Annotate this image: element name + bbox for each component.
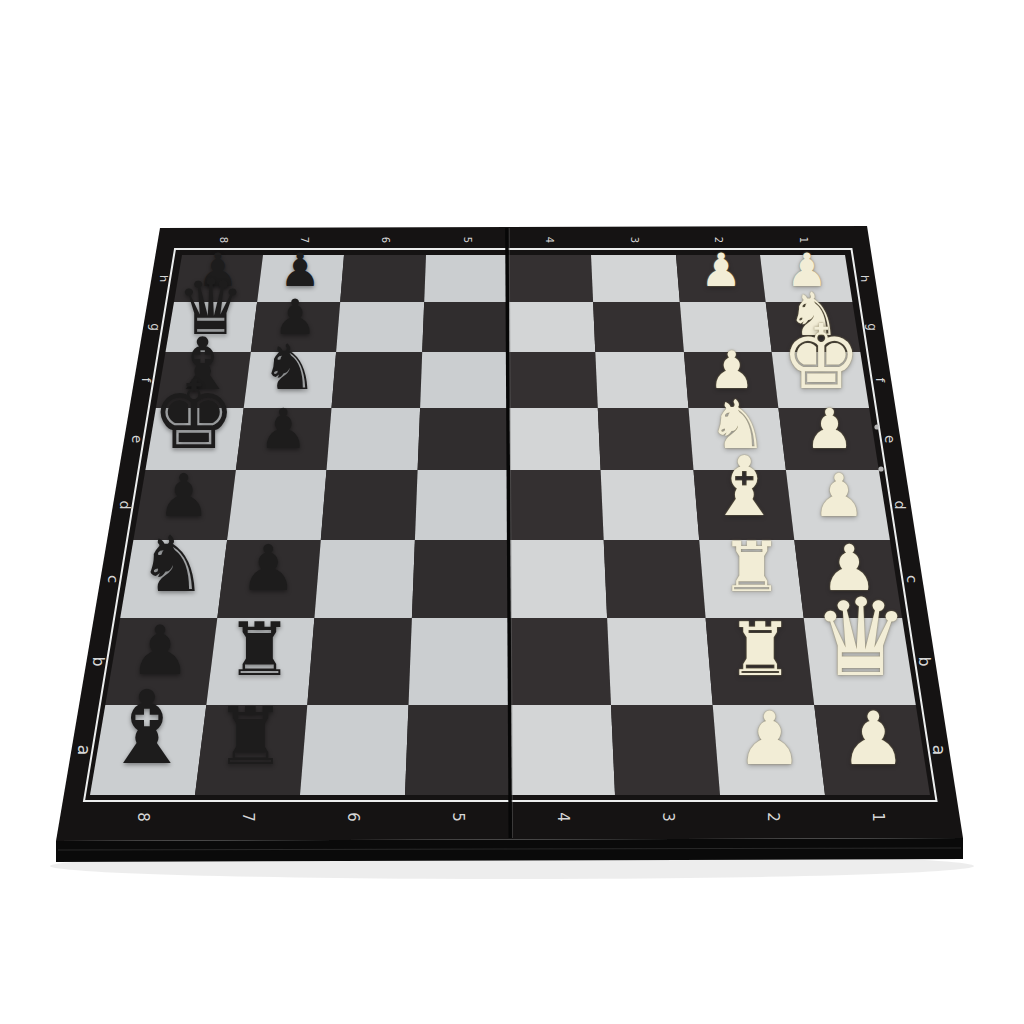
square-b3 xyxy=(607,618,713,705)
square-d4 xyxy=(508,470,604,540)
square-h7 xyxy=(257,255,344,302)
chess-board: 8877665544332211aabbccddeeffgghh xyxy=(0,0,1024,1024)
square-f3 xyxy=(595,352,688,408)
square-h1 xyxy=(760,255,852,302)
square-g3 xyxy=(593,302,684,352)
square-c3 xyxy=(604,540,706,618)
hinge-screw-icon xyxy=(874,424,879,429)
file-label-right-b: b xyxy=(915,656,934,666)
rank-label-far-2: 2 xyxy=(713,237,724,243)
square-h8 xyxy=(174,255,263,302)
square-h6 xyxy=(340,255,426,302)
square-c1 xyxy=(794,540,902,618)
square-e5 xyxy=(418,408,509,470)
square-e3 xyxy=(598,408,694,470)
square-g2 xyxy=(680,302,772,352)
rank-label-far-7: 7 xyxy=(299,237,310,243)
square-f8 xyxy=(156,352,251,408)
square-d6 xyxy=(321,470,418,540)
rank-label-near-4: 4 xyxy=(554,812,572,822)
square-b6 xyxy=(307,618,412,705)
square-f7 xyxy=(244,352,336,408)
square-f5 xyxy=(420,352,508,408)
file-label-left-h: h xyxy=(157,275,171,282)
rank-label-far-3: 3 xyxy=(629,237,640,243)
square-g4 xyxy=(507,302,595,352)
rank-label-near-2: 2 xyxy=(764,812,782,822)
square-d1 xyxy=(786,470,890,540)
square-e8 xyxy=(145,408,243,470)
file-label-left-a: a xyxy=(74,745,94,755)
square-c2 xyxy=(699,540,804,618)
square-g6 xyxy=(336,302,424,352)
file-label-right-h: h xyxy=(858,275,872,282)
square-d7 xyxy=(227,470,326,540)
square-c6 xyxy=(314,540,415,618)
square-c7 xyxy=(217,540,320,618)
rank-label-far-6: 6 xyxy=(380,237,391,243)
square-h4 xyxy=(507,255,593,302)
square-b8 xyxy=(105,618,217,705)
rank-label-near-3: 3 xyxy=(659,812,677,822)
square-e4 xyxy=(508,408,601,470)
square-a1 xyxy=(814,705,930,795)
square-f2 xyxy=(684,352,779,408)
rank-label-near-8: 8 xyxy=(134,812,152,822)
file-label-right-e: e xyxy=(882,435,897,443)
file-label-left-d: d xyxy=(117,501,133,510)
hinge-screw-icon xyxy=(878,466,883,471)
file-label-left-c: c xyxy=(104,575,122,583)
rank-label-far-8: 8 xyxy=(218,237,229,243)
square-g1 xyxy=(766,302,861,352)
square-a6 xyxy=(300,705,409,795)
rank-label-far-5: 5 xyxy=(462,237,473,243)
square-e6 xyxy=(327,408,421,470)
square-f6 xyxy=(332,352,423,408)
file-label-left-g: g xyxy=(148,323,162,331)
square-a3 xyxy=(611,705,720,795)
file-label-right-c: c xyxy=(903,575,921,583)
square-d3 xyxy=(601,470,700,540)
square-e7 xyxy=(236,408,332,470)
file-label-left-b: b xyxy=(89,656,108,666)
square-g8 xyxy=(166,302,258,352)
square-b4 xyxy=(509,618,611,705)
square-h5 xyxy=(424,255,507,302)
square-d2 xyxy=(694,470,795,540)
product-photo: 8877665544332211aabbccddeeffgghh ♝♟♞♟♚♝♛… xyxy=(0,0,1024,1024)
square-d5 xyxy=(415,470,509,540)
square-f4 xyxy=(508,352,598,408)
square-h2 xyxy=(676,255,766,302)
square-b7 xyxy=(206,618,314,705)
file-label-right-g: g xyxy=(865,323,879,331)
square-b5 xyxy=(409,618,510,705)
square-g7 xyxy=(251,302,340,352)
square-d8 xyxy=(133,470,236,540)
square-c5 xyxy=(412,540,509,618)
square-a5 xyxy=(405,705,510,795)
square-e2 xyxy=(689,408,786,470)
square-h3 xyxy=(591,255,680,302)
file-label-right-d: d xyxy=(892,501,908,510)
rank-label-near-6: 6 xyxy=(344,812,362,822)
square-c8 xyxy=(120,540,227,618)
file-label-right-f: f xyxy=(873,378,888,383)
square-a7 xyxy=(195,705,307,795)
rank-label-near-1: 1 xyxy=(869,812,887,822)
rank-label-near-5: 5 xyxy=(449,812,467,822)
square-b2 xyxy=(706,618,815,705)
file-label-right-a: a xyxy=(929,745,949,755)
rank-label-far-4: 4 xyxy=(544,237,555,243)
square-a4 xyxy=(510,705,616,795)
file-label-left-e: e xyxy=(129,435,144,443)
square-e1 xyxy=(778,408,878,470)
square-c4 xyxy=(509,540,607,618)
square-a8 xyxy=(90,705,206,795)
rank-label-far-1: 1 xyxy=(798,237,809,243)
file-label-left-f: f xyxy=(139,378,154,383)
square-g5 xyxy=(422,302,507,352)
square-a2 xyxy=(713,705,825,795)
rank-label-near-7: 7 xyxy=(239,812,257,822)
square-f1 xyxy=(772,352,869,408)
square-b1 xyxy=(804,618,916,705)
